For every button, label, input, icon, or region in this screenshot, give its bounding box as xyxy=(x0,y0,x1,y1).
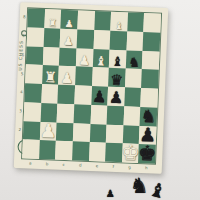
square-d7[interactable] xyxy=(76,29,93,48)
square-g6[interactable]: ♞ xyxy=(126,50,143,69)
piece-white-pawn-b2[interactable]: ♟ xyxy=(39,121,57,141)
square-f2[interactable] xyxy=(106,124,123,143)
square-g7[interactable] xyxy=(126,31,143,50)
square-b1[interactable] xyxy=(39,140,56,159)
square-d2[interactable] xyxy=(73,123,90,142)
rank-label: 4 xyxy=(20,91,23,95)
file-label: b xyxy=(46,162,49,166)
square-a3[interactable] xyxy=(24,102,41,121)
square-d6[interactable]: ♟ xyxy=(76,48,93,67)
rank-label: 2 xyxy=(18,128,21,132)
square-e3[interactable] xyxy=(90,105,107,124)
piece-black-queen-f5[interactable]: ♛ xyxy=(110,72,124,87)
square-e8[interactable] xyxy=(94,11,111,30)
square-a7[interactable] xyxy=(27,27,44,46)
square-g5[interactable] xyxy=(125,69,142,88)
rank-label: 5 xyxy=(21,72,24,76)
captured-black-knight[interactable]: ♞ xyxy=(130,176,149,197)
file-label: a xyxy=(29,162,32,166)
square-f3[interactable] xyxy=(107,105,124,124)
playing-area: ♜♟♝♟♟♝♝♞♜♟♛♟♟♞♟♟♚♚ xyxy=(22,8,161,163)
square-d8[interactable] xyxy=(77,10,94,29)
square-c6[interactable] xyxy=(59,47,76,66)
square-b8[interactable]: ♜ xyxy=(44,9,61,28)
piece-black-knight-g6[interactable]: ♞ xyxy=(128,56,140,69)
square-e5[interactable] xyxy=(92,67,109,86)
piece-white-pawn-c8[interactable]: ♟ xyxy=(64,19,73,29)
square-d4[interactable] xyxy=(74,85,91,104)
square-e2[interactable] xyxy=(89,123,106,142)
photo-scene: 87654321 abcdefgh US CHESS ♞ ♜♟♝♟♟♝♝♞♜♟♛… xyxy=(0,0,200,200)
file-label: h xyxy=(145,166,148,170)
square-a4[interactable] xyxy=(24,83,41,102)
square-b2[interactable]: ♟ xyxy=(39,121,56,140)
square-f5[interactable]: ♛ xyxy=(108,68,125,87)
square-f7[interactable] xyxy=(110,30,127,49)
chess-board: 87654321 abcdefgh US CHESS ♞ ♜♟♝♟♟♝♝♞♜♟♛… xyxy=(14,2,169,174)
square-c7[interactable]: ♟ xyxy=(60,28,77,47)
captured-black-pawn[interactable]: ♟ xyxy=(106,189,115,199)
piece-white-pawn-c7[interactable]: ♟ xyxy=(63,36,74,48)
square-f6[interactable]: ♝ xyxy=(109,49,126,68)
square-e6[interactable]: ♝ xyxy=(92,49,109,68)
square-g3[interactable] xyxy=(123,106,140,125)
square-a2[interactable] xyxy=(23,121,40,140)
square-f4[interactable]: ♟ xyxy=(107,87,124,106)
captured-black-bishop[interactable]: ♝ xyxy=(147,179,168,200)
file-label: g xyxy=(128,166,131,170)
piece-black-pawn-e4[interactable]: ♟ xyxy=(92,89,107,106)
square-h5[interactable] xyxy=(141,69,158,88)
square-e4[interactable]: ♟ xyxy=(91,86,108,105)
square-h1[interactable]: ♚ xyxy=(138,144,155,163)
file-label: d xyxy=(79,164,82,168)
square-a6[interactable] xyxy=(26,46,43,65)
piece-white-rook-b5[interactable]: ♜ xyxy=(44,70,58,85)
square-b4[interactable] xyxy=(41,84,58,103)
square-b5[interactable]: ♜ xyxy=(42,65,59,84)
square-h6[interactable] xyxy=(142,51,159,70)
square-g8[interactable] xyxy=(127,12,144,31)
rank-label: 8 xyxy=(23,16,26,20)
square-h8[interactable] xyxy=(144,13,161,32)
file-label: c xyxy=(63,163,65,167)
square-e1[interactable] xyxy=(89,142,106,161)
rank-label: 3 xyxy=(19,109,22,113)
square-g1[interactable]: ♚ xyxy=(122,144,139,163)
square-d3[interactable] xyxy=(73,104,90,123)
piece-white-bishop-f8[interactable]: ♝ xyxy=(114,21,123,31)
file-label: e xyxy=(96,164,99,168)
square-e7[interactable] xyxy=(93,30,110,49)
square-f1[interactable] xyxy=(105,143,122,162)
piece-black-bishop-f6[interactable]: ♝ xyxy=(111,55,123,68)
square-c1[interactable] xyxy=(55,141,72,160)
piece-black-king-h1[interactable]: ♚ xyxy=(138,142,157,163)
square-c2[interactable] xyxy=(56,122,73,141)
piece-black-pawn-f4[interactable]: ♟ xyxy=(109,89,124,106)
piece-white-pawn-c5[interactable]: ♟ xyxy=(60,70,74,85)
square-c4[interactable] xyxy=(58,85,75,104)
piece-white-rook-b8[interactable]: ♜ xyxy=(48,18,57,28)
square-a8[interactable] xyxy=(27,8,44,27)
piece-white-bishop-e6[interactable]: ♝ xyxy=(95,54,107,67)
square-h7[interactable] xyxy=(143,32,160,51)
square-c5[interactable]: ♟ xyxy=(58,66,75,85)
square-d1[interactable] xyxy=(72,142,89,161)
piece-white-pawn-d6[interactable]: ♟ xyxy=(78,54,90,67)
square-b7[interactable] xyxy=(43,28,60,47)
square-a1[interactable] xyxy=(22,140,39,159)
square-a5[interactable] xyxy=(25,65,42,84)
square-g4[interactable] xyxy=(124,87,141,106)
square-c8[interactable]: ♟ xyxy=(61,10,78,29)
square-b6[interactable] xyxy=(42,47,59,66)
square-f8[interactable]: ♝ xyxy=(110,12,127,31)
file-label: f xyxy=(113,165,115,169)
square-h4[interactable] xyxy=(141,88,158,107)
square-c3[interactable] xyxy=(57,103,74,122)
square-d5[interactable] xyxy=(75,67,92,86)
